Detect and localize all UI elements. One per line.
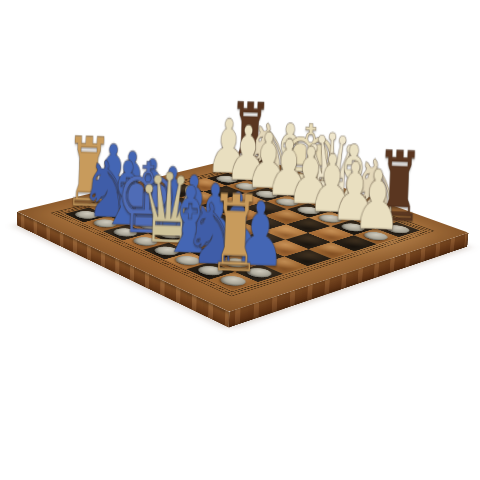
chessboard: ♜♞♟♝♟♚♟♛♟♝♟♞♟♟♜♟♟♜♟♟♞♟♝♟♚♟♛♟♝♟♞♜ bbox=[17, 155, 469, 312]
camera-perspective: ♜♞♟♝♟♚♟♛♟♝♟♞♟♟♜♟♟♜♟♟♞♟♝♟♚♟♛♟♝♟♞♜ bbox=[0, 0, 480, 480]
black-rook-glyph: ♜ bbox=[180, 179, 290, 289]
product-photo: ♜♞♟♝♟♚♟♛♟♝♟♞♟♟♜♟♟♜♟♟♞♟♝♟♚♟♛♟♝♟♞♜ bbox=[0, 0, 480, 480]
white-pawn-glyph: ♟ bbox=[318, 158, 437, 245]
